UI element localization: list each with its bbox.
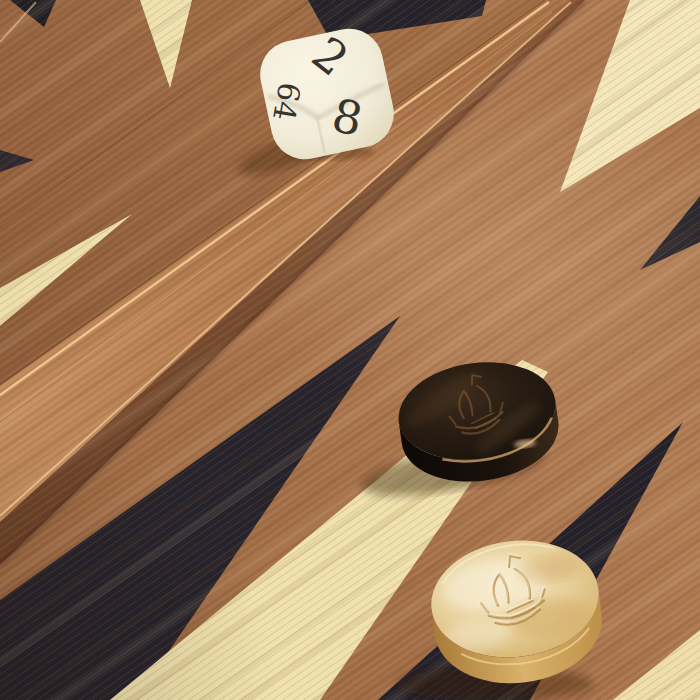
backgammon-board-photo: 2 64 8 — [0, 0, 700, 700]
board-scene: 2 64 8 — [0, 0, 700, 700]
cube-face-left: 64 — [266, 80, 307, 124]
